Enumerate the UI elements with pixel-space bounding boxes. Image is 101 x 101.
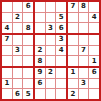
sudoku-cell-r2c8[interactable] xyxy=(79,13,89,23)
sudoku-cell-r1c9[interactable] xyxy=(89,2,99,12)
sudoku-cell-r3c9[interactable] xyxy=(89,23,99,33)
sudoku-cell-r7c9: 6 xyxy=(89,68,99,78)
sudoku-cell-r2c6: 5 xyxy=(56,13,66,23)
sudoku-box-8: 926 xyxy=(35,68,66,99)
sudoku-cell-r8c2[interactable] xyxy=(13,79,23,89)
sudoku-cell-r4c5[interactable] xyxy=(46,35,56,45)
sudoku-cell-r7c7: 1 xyxy=(68,68,78,78)
sudoku-cell-r2c7[interactable] xyxy=(68,13,78,23)
sudoku-cell-r1c4[interactable] xyxy=(35,2,45,12)
sudoku-cell-r3c1: 4 xyxy=(2,23,12,33)
sudoku-cell-r5c7[interactable] xyxy=(68,46,78,56)
sudoku-cell-r1c2[interactable] xyxy=(13,2,23,12)
sudoku-cell-r7c5: 2 xyxy=(46,68,56,78)
sudoku-box-6: 71 xyxy=(68,35,99,66)
sudoku-box-2: 536 xyxy=(35,2,66,33)
sudoku-cell-r9c8[interactable] xyxy=(79,89,89,99)
sudoku-cell-r5c6: 4 xyxy=(56,46,66,56)
sudoku-cell-r8c8: 3 xyxy=(79,79,89,89)
sudoku-cell-r6c7[interactable] xyxy=(68,56,78,66)
sudoku-box-9: 1632 xyxy=(68,68,99,99)
sudoku-cell-r2c9: 4 xyxy=(89,13,99,23)
sudoku-cell-r1c8: 8 xyxy=(79,2,89,12)
sudoku-cell-r6c5[interactable] xyxy=(46,56,56,66)
sudoku-cell-r3c2[interactable] xyxy=(13,23,23,33)
sudoku-cell-r9c4[interactable] xyxy=(35,89,45,99)
sudoku-box-3: 784 xyxy=(68,2,99,33)
sudoku-cell-r6c6[interactable] xyxy=(56,56,66,66)
sudoku-cell-r6c9: 1 xyxy=(89,56,99,66)
sudoku-cell-r8c9[interactable] xyxy=(89,79,99,89)
sudoku-cell-r8c7[interactable] xyxy=(68,79,78,89)
sudoku-cell-r3c5: 3 xyxy=(46,23,56,33)
sudoku-board: 6248536784733248711659261632 xyxy=(0,0,101,101)
sudoku-cell-r7c6[interactable] xyxy=(56,68,66,78)
sudoku-cell-r9c9[interactable] xyxy=(89,89,99,99)
sudoku-cell-r2c5[interactable] xyxy=(46,13,56,23)
sudoku-cell-r6c8[interactable] xyxy=(79,56,89,66)
sudoku-cell-r9c3: 5 xyxy=(23,89,33,99)
sudoku-cell-r1c3: 6 xyxy=(23,2,33,12)
sudoku-cell-r3c3: 8 xyxy=(23,23,33,33)
sudoku-cell-r5c3[interactable] xyxy=(23,46,33,56)
sudoku-cell-r4c9[interactable] xyxy=(89,35,99,45)
sudoku-cell-r4c4[interactable] xyxy=(35,35,45,45)
sudoku-cell-r4c3[interactable] xyxy=(23,35,33,45)
sudoku-cell-r2c3[interactable] xyxy=(23,13,33,23)
sudoku-cell-r1c1[interactable] xyxy=(2,2,12,12)
sudoku-cell-r4c6: 3 xyxy=(56,35,66,45)
sudoku-cell-r3c8[interactable] xyxy=(79,23,89,33)
sudoku-cell-r5c9[interactable] xyxy=(89,46,99,56)
sudoku-cell-r6c3[interactable] xyxy=(23,56,33,66)
sudoku-cell-r5c2: 3 xyxy=(13,46,23,56)
sudoku-cell-r4c2[interactable] xyxy=(13,35,23,45)
sudoku-cell-r6c2[interactable] xyxy=(13,56,23,66)
sudoku-cell-r5c8: 7 xyxy=(79,46,89,56)
sudoku-cell-r8c1: 1 xyxy=(2,79,12,89)
sudoku-cell-r7c2[interactable] xyxy=(13,68,23,78)
sudoku-box-5: 3248 xyxy=(35,35,66,66)
sudoku-cell-r6c1[interactable] xyxy=(2,56,12,66)
sudoku-cell-r5c4: 2 xyxy=(35,46,45,56)
sudoku-cell-r3c4[interactable] xyxy=(35,23,45,33)
sudoku-cell-r3c7[interactable] xyxy=(68,23,78,33)
sudoku-cell-r9c7: 2 xyxy=(68,89,78,99)
sudoku-cell-r8c4: 6 xyxy=(35,79,45,89)
sudoku-cell-r9c6[interactable] xyxy=(56,89,66,99)
sudoku-cell-r4c8[interactable] xyxy=(79,35,89,45)
sudoku-cell-r7c3[interactable] xyxy=(23,68,33,78)
sudoku-cell-r9c2: 6 xyxy=(13,89,23,99)
sudoku-cell-r3c6: 6 xyxy=(56,23,66,33)
sudoku-box-4: 73 xyxy=(2,35,33,66)
sudoku-cell-r7c4: 9 xyxy=(35,68,45,78)
sudoku-box-7: 165 xyxy=(2,68,33,99)
sudoku-cell-r7c1[interactable] xyxy=(2,68,12,78)
sudoku-cell-r4c7[interactable] xyxy=(68,35,78,45)
sudoku-cell-r1c5[interactable] xyxy=(46,2,56,12)
sudoku-cell-r8c5[interactable] xyxy=(46,79,56,89)
sudoku-cell-r1c7: 7 xyxy=(68,2,78,12)
sudoku-cell-r2c1[interactable] xyxy=(2,13,12,23)
sudoku-cell-r6c4: 8 xyxy=(35,56,45,66)
sudoku-cell-r1c6[interactable] xyxy=(56,2,66,12)
sudoku-cell-r9c1[interactable] xyxy=(2,89,12,99)
sudoku-cell-r4c1: 7 xyxy=(2,35,12,45)
sudoku-box-1: 6248 xyxy=(2,2,33,33)
sudoku-cell-r7c8[interactable] xyxy=(79,68,89,78)
sudoku-cell-r8c6[interactable] xyxy=(56,79,66,89)
sudoku-cell-r9c5[interactable] xyxy=(46,89,56,99)
sudoku-cell-r8c3[interactable] xyxy=(23,79,33,89)
sudoku-cell-r5c1[interactable] xyxy=(2,46,12,56)
sudoku-cell-r2c4[interactable] xyxy=(35,13,45,23)
sudoku-cell-r2c2: 2 xyxy=(13,13,23,23)
sudoku-cell-r5c5[interactable] xyxy=(46,46,56,56)
